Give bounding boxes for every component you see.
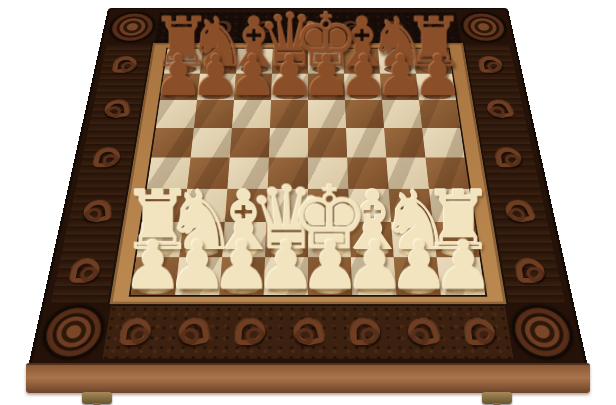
corner-rosette-icon <box>458 12 509 43</box>
piece-pedestal <box>349 92 378 100</box>
square-d8: ♛ <box>272 49 308 74</box>
square-e2: ♚ <box>308 222 351 257</box>
square-g8: ♞ <box>378 49 416 74</box>
piece-pedestal <box>164 92 193 100</box>
carved-scroll-icon <box>478 57 504 73</box>
square-a5 <box>151 128 193 158</box>
piece-pedestal <box>276 66 304 74</box>
square-h8: ♜ <box>413 49 452 74</box>
photo-stage: ♜♞♝♛♚♝♞♜♟♟♟♟♟♟♟♟♜♞♝♛♚♝♞♜♟♟♟♟♟♟♟♟ <box>0 0 616 405</box>
square-c7: ♟ <box>234 74 272 100</box>
carved-scroll-icon <box>428 21 447 33</box>
square-g7: ♟ <box>380 74 419 100</box>
square-b8: ♞ <box>200 49 238 74</box>
square-g1: ♟ <box>394 257 441 295</box>
carved-scroll-icon <box>342 21 360 33</box>
piece-pedestal <box>422 92 451 100</box>
square-a3 <box>142 189 187 222</box>
square-d2: ♛ <box>265 222 308 257</box>
piece-pedestal <box>227 246 260 257</box>
carved-scroll-icon <box>514 259 546 283</box>
square-g2: ♞ <box>391 222 437 257</box>
square-c8: ♝ <box>236 49 273 74</box>
piece-pedestal <box>419 66 447 74</box>
chess-case-scene: ♜♞♝♛♚♝♞♜♟♟♟♟♟♟♟♟♜♞♝♛♚♝♞♜♟♟♟♟♟♟♟♟ <box>0 0 616 405</box>
square-d3 <box>266 189 308 222</box>
square-f8: ♝ <box>343 49 380 74</box>
square-b7: ♟ <box>197 74 236 100</box>
square-e7: ♟ <box>308 74 345 100</box>
square-f1: ♟ <box>351 257 397 295</box>
carved-scroll-icon <box>112 57 138 73</box>
square-g3 <box>389 189 433 222</box>
square-b3 <box>183 189 227 222</box>
square-d1: ♟ <box>264 257 308 295</box>
square-h4 <box>425 157 469 188</box>
hinge-left-icon <box>82 392 112 404</box>
square-d7: ♟ <box>271 74 308 100</box>
carved-scroll-icon <box>350 319 380 345</box>
piece-pedestal <box>398 246 432 257</box>
carved-scroll-icon <box>83 198 111 223</box>
square-c4 <box>227 157 268 188</box>
square-c2: ♝ <box>222 222 266 257</box>
square-f4 <box>347 157 388 188</box>
square-h2: ♜ <box>433 222 480 257</box>
piece-pedestal <box>386 92 415 100</box>
piece-pedestal <box>445 283 480 294</box>
chess-board: ♜♞♝♛♚♝♞♜♟♟♟♟♟♟♟♟♜♞♝♛♚♝♞♜♟♟♟♟♟♟♟♟ <box>129 48 488 297</box>
piece-pedestal <box>204 66 232 74</box>
square-a2: ♜ <box>136 222 183 257</box>
piece-pedestal <box>312 92 340 100</box>
square-e3 <box>308 189 350 222</box>
carved-scroll-icon <box>385 21 404 33</box>
carved-scroll-icon <box>299 21 317 33</box>
square-a6 <box>156 100 197 128</box>
frame-band-bottom <box>102 306 513 359</box>
square-a8: ♜ <box>164 49 203 74</box>
carved-scroll-icon <box>177 316 210 347</box>
carved-scroll-icon <box>169 21 188 33</box>
piece-pedestal <box>275 92 303 100</box>
carved-scroll-icon <box>235 319 265 345</box>
carved-scroll-icon <box>256 21 274 33</box>
square-e4 <box>308 157 348 188</box>
carved-scroll-icon <box>484 99 515 120</box>
square-c5 <box>230 128 270 158</box>
square-e1: ♟ <box>308 257 352 295</box>
piece-pedestal <box>357 283 391 294</box>
square-e6 <box>308 100 346 128</box>
square-h3 <box>429 189 474 222</box>
piece-pedestal <box>225 283 259 294</box>
square-b4 <box>187 157 230 188</box>
piece-pedestal <box>168 66 196 74</box>
square-g4 <box>386 157 429 188</box>
square-f2: ♝ <box>350 222 394 257</box>
hinge-right-icon <box>482 392 512 404</box>
board-margin: ♜♞♝♛♚♝♞♜♟♟♟♟♟♟♟♟♜♞♝♛♚♝♞♜♟♟♟♟♟♟♟♟ <box>107 42 508 306</box>
carved-scroll-icon <box>291 316 326 347</box>
piece-pedestal <box>240 66 268 74</box>
piece-pedestal <box>348 66 376 74</box>
piece-pedestal <box>401 283 436 294</box>
piece-pedestal <box>269 283 303 294</box>
square-c1: ♟ <box>219 257 265 295</box>
piece-pedestal <box>384 66 412 74</box>
square-f6 <box>345 100 384 128</box>
square-b2: ♞ <box>179 222 225 257</box>
carved-scroll-icon <box>464 319 497 345</box>
square-h1: ♟ <box>437 257 486 295</box>
carved-case: ♜♞♝♛♚♝♞♜♟♟♟♟♟♟♟♟♜♞♝♛♚♝♞♜♟♟♟♟♟♟♟♟ <box>28 8 588 367</box>
piece-pedestal <box>270 246 303 257</box>
square-a7: ♟ <box>160 74 200 100</box>
square-c3 <box>225 189 268 222</box>
carved-scroll-icon <box>93 148 122 167</box>
piece-pedestal <box>313 246 346 257</box>
carved-scroll-icon <box>502 198 536 223</box>
square-g6 <box>382 100 422 128</box>
square-a1: ♟ <box>131 257 180 295</box>
carved-scroll-icon <box>104 99 130 120</box>
square-a4 <box>147 157 191 188</box>
square-f5 <box>346 128 386 158</box>
piece-pedestal <box>184 246 218 257</box>
square-e5 <box>308 128 347 158</box>
square-d5 <box>269 128 308 158</box>
piece-pedestal <box>238 92 267 100</box>
carved-scroll-icon <box>494 148 523 167</box>
carved-scroll-icon <box>212 21 231 33</box>
piece-pedestal <box>313 283 347 294</box>
square-b1: ♟ <box>175 257 222 295</box>
square-d6 <box>270 100 308 128</box>
corner-rosette-icon <box>38 305 109 360</box>
piece-pedestal <box>142 246 176 257</box>
square-f7: ♟ <box>344 74 382 100</box>
corner-rosette-icon <box>508 305 579 360</box>
piece-pedestal <box>136 283 171 294</box>
square-e8: ♚ <box>308 49 344 74</box>
square-f3 <box>348 189 391 222</box>
square-h7: ♟ <box>416 74 456 100</box>
piece-pedestal <box>312 66 340 74</box>
case-front-edge <box>26 363 590 393</box>
square-g5 <box>384 128 425 158</box>
square-b5 <box>191 128 232 158</box>
square-c6 <box>232 100 271 128</box>
piece-pedestal <box>355 246 388 257</box>
piece-pedestal <box>201 92 230 100</box>
piece-pedestal <box>180 283 215 294</box>
corner-rosette-icon <box>106 12 157 43</box>
piece-pedestal <box>440 246 474 257</box>
carved-scroll-icon <box>405 316 442 347</box>
square-d4 <box>268 157 308 188</box>
frame-band-top <box>155 12 462 42</box>
carved-scroll-icon <box>119 319 152 345</box>
square-h5 <box>422 128 464 158</box>
square-h6 <box>419 100 460 128</box>
carved-scroll-icon <box>69 259 101 283</box>
square-b6 <box>194 100 234 128</box>
